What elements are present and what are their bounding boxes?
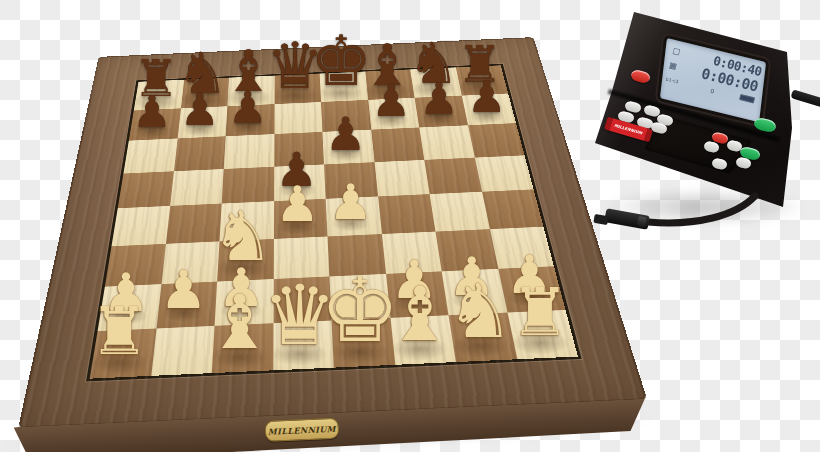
piece-white-queen-d1[interactable]: ♛ bbox=[263, 274, 337, 357]
connection-cable bbox=[640, 180, 820, 240]
black-side-icon: ▦ bbox=[668, 61, 677, 71]
brand-plaque-text: MILLENNIUM bbox=[268, 423, 337, 436]
center-symbol: 0 bbox=[710, 86, 715, 94]
piece-black-pawn-h7[interactable]: ♟ bbox=[467, 75, 506, 119]
square-f4[interactable] bbox=[378, 194, 436, 234]
piece-black-pawn-a7[interactable]: ♟ bbox=[132, 90, 171, 134]
piece-white-knight-g1[interactable]: ♞ bbox=[446, 274, 513, 349]
piece-white-rook-a1[interactable]: ♜ bbox=[90, 299, 149, 365]
piece-black-pawn-e6[interactable]: ♟ bbox=[325, 111, 366, 157]
square-g4[interactable] bbox=[430, 192, 490, 232]
square-h5[interactable] bbox=[474, 155, 533, 192]
square-c6[interactable] bbox=[224, 134, 274, 169]
piece-white-pawn-d4[interactable]: ♟ bbox=[275, 180, 319, 229]
square-d7[interactable] bbox=[274, 102, 322, 134]
square-h6[interactable] bbox=[468, 123, 525, 157]
square-a5[interactable] bbox=[118, 171, 174, 208]
piece-black-pawn-g7[interactable]: ♟ bbox=[419, 77, 458, 121]
square-f5[interactable] bbox=[374, 160, 430, 197]
piece-white-pawn-b2[interactable]: ♟ bbox=[160, 263, 208, 316]
piece-black-queen-d8[interactable]: ♛ bbox=[266, 34, 323, 98]
piece-black-pawn-b7[interactable]: ♟ bbox=[180, 88, 219, 132]
square-h4[interactable] bbox=[482, 189, 544, 228]
square-a6[interactable] bbox=[123, 138, 177, 173]
piece-white-pawn-e4[interactable]: ♟ bbox=[329, 178, 373, 227]
piece-white-rook-h1[interactable]: ♜ bbox=[511, 280, 570, 346]
piece-white-bishop-c1[interactable]: ♝ bbox=[206, 285, 273, 360]
indicator-block-icon bbox=[739, 94, 755, 103]
square-f6[interactable] bbox=[371, 127, 424, 161]
power-cable bbox=[790, 89, 820, 108]
move-text: b1-c3 bbox=[665, 76, 676, 83]
square-g5[interactable] bbox=[424, 157, 481, 194]
piece-black-pawn-c7[interactable]: ♟ bbox=[228, 86, 267, 130]
square-b1[interactable] bbox=[151, 325, 215, 375]
product-photo: MILLENNIUM ♜♞♝♛♚♝♞♜♟♟♟♟♟♟♟♟♟♟♟♟♟♟♟♟♞♜♝♛♚… bbox=[0, 0, 820, 452]
square-g6[interactable] bbox=[419, 125, 474, 159]
square-b6[interactable] bbox=[174, 136, 226, 171]
brand-plaque: MILLENNIUM bbox=[264, 418, 339, 442]
white-side-icon: □ bbox=[672, 46, 681, 56]
square-a4[interactable] bbox=[112, 206, 170, 246]
piece-black-pawn-f7[interactable]: ♟ bbox=[371, 79, 410, 123]
